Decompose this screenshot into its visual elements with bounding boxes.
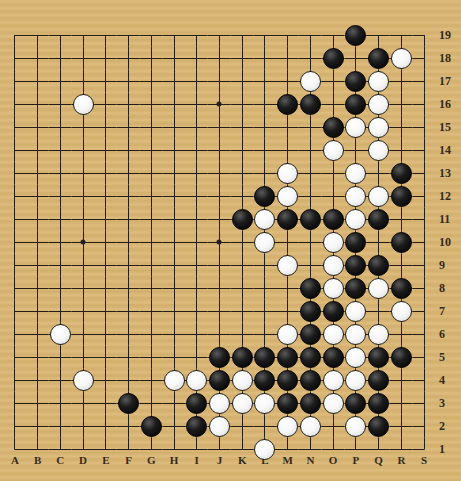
intersection-K19[interactable]: [231, 24, 254, 47]
intersection-I8[interactable]: [185, 277, 208, 300]
white-stone-O14[interactable]: ○: [323, 140, 344, 161]
intersection-C15[interactable]: [49, 116, 72, 139]
intersection-B18[interactable]: [26, 47, 49, 70]
intersection-L18[interactable]: [254, 47, 277, 70]
intersection-N7[interactable]: ●: [299, 300, 322, 323]
intersection-J17[interactable]: [208, 70, 231, 93]
black-stone-Q11[interactable]: ●: [368, 209, 389, 230]
intersection-F2[interactable]: [117, 415, 140, 438]
white-stone-M12[interactable]: ○: [277, 186, 298, 207]
black-stone-N7[interactable]: ●: [300, 301, 321, 322]
intersection-I9[interactable]: [185, 254, 208, 277]
black-stone-N11[interactable]: ●: [300, 209, 321, 230]
intersection-J13[interactable]: [208, 162, 231, 185]
intersection-D18[interactable]: [72, 47, 95, 70]
intersection-C5[interactable]: [49, 346, 72, 369]
intersection-A13[interactable]: [4, 162, 27, 185]
intersection-Q16[interactable]: ○: [367, 93, 390, 116]
black-stone-Q4[interactable]: ●: [368, 370, 389, 391]
intersection-A7[interactable]: [4, 300, 27, 323]
white-stone-O4[interactable]: ○: [323, 370, 344, 391]
intersection-B9[interactable]: [26, 254, 49, 277]
intersection-S5[interactable]: [413, 346, 436, 369]
intersection-D6[interactable]: [72, 323, 95, 346]
intersection-C19[interactable]: [49, 24, 72, 47]
black-stone-Q18[interactable]: ●: [368, 48, 389, 69]
black-stone-I3[interactable]: ●: [186, 393, 207, 414]
intersection-F9[interactable]: [117, 254, 140, 277]
intersection-E6[interactable]: [94, 323, 117, 346]
intersection-G15[interactable]: [140, 116, 163, 139]
intersection-P17[interactable]: ●: [345, 70, 368, 93]
intersection-R7[interactable]: ○: [390, 300, 413, 323]
intersection-N2[interactable]: ○: [299, 415, 322, 438]
intersection-N14[interactable]: [299, 139, 322, 162]
white-stone-L11[interactable]: ○: [254, 209, 275, 230]
intersection-A17[interactable]: [4, 70, 27, 93]
intersection-L19[interactable]: [254, 24, 277, 47]
intersection-R18[interactable]: ○: [390, 47, 413, 70]
black-stone-I2[interactable]: ●: [186, 416, 207, 437]
intersection-O15[interactable]: ●: [322, 116, 345, 139]
intersection-O9[interactable]: ○: [322, 254, 345, 277]
black-stone-N5[interactable]: ●: [300, 347, 321, 368]
intersection-L15[interactable]: [254, 116, 277, 139]
black-stone-P10[interactable]: ●: [345, 232, 366, 253]
intersection-I7[interactable]: [185, 300, 208, 323]
intersection-K9[interactable]: [231, 254, 254, 277]
intersection-M4[interactable]: ●: [276, 369, 299, 392]
white-stone-O6[interactable]: ○: [323, 324, 344, 345]
intersection-A6[interactable]: [4, 323, 27, 346]
white-stone-P13[interactable]: ○: [345, 163, 366, 184]
intersection-S2[interactable]: [413, 415, 436, 438]
intersection-H11[interactable]: [163, 208, 186, 231]
intersection-D4[interactable]: ○: [72, 369, 95, 392]
black-stone-R8[interactable]: ●: [391, 278, 412, 299]
intersection-P11[interactable]: ○: [345, 208, 368, 231]
white-stone-Q12[interactable]: ○: [368, 186, 389, 207]
intersection-M12[interactable]: ○: [276, 185, 299, 208]
intersection-M2[interactable]: ○: [276, 415, 299, 438]
intersection-S6[interactable]: [413, 323, 436, 346]
intersection-E5[interactable]: [94, 346, 117, 369]
intersection-R17[interactable]: [390, 70, 413, 93]
white-stone-P4[interactable]: ○: [345, 370, 366, 391]
intersection-L17[interactable]: [254, 70, 277, 93]
intersection-O14[interactable]: ○: [322, 139, 345, 162]
intersection-P9[interactable]: ●: [345, 254, 368, 277]
intersection-D8[interactable]: [72, 277, 95, 300]
intersection-E13[interactable]: [94, 162, 117, 185]
intersection-H12[interactable]: [163, 185, 186, 208]
intersection-B17[interactable]: [26, 70, 49, 93]
black-stone-J4[interactable]: ●: [209, 370, 230, 391]
intersection-Q3[interactable]: ●: [367, 392, 390, 415]
white-stone-Q8[interactable]: ○: [368, 278, 389, 299]
intersection-K6[interactable]: [231, 323, 254, 346]
intersection-G7[interactable]: [140, 300, 163, 323]
intersection-P12[interactable]: ○: [345, 185, 368, 208]
intersection-K3[interactable]: ○: [231, 392, 254, 415]
intersection-G17[interactable]: [140, 70, 163, 93]
black-stone-Q2[interactable]: ●: [368, 416, 389, 437]
intersection-N16[interactable]: ●: [299, 93, 322, 116]
intersection-F6[interactable]: [117, 323, 140, 346]
intersection-H16[interactable]: [163, 93, 186, 116]
intersection-F10[interactable]: [117, 231, 140, 254]
intersection-C7[interactable]: [49, 300, 72, 323]
intersection-R19[interactable]: [390, 24, 413, 47]
intersection-K7[interactable]: [231, 300, 254, 323]
intersection-I5[interactable]: [185, 346, 208, 369]
intersection-O4[interactable]: ○: [322, 369, 345, 392]
intersection-N5[interactable]: ●: [299, 346, 322, 369]
white-stone-L10[interactable]: ○: [254, 232, 275, 253]
intersection-C4[interactable]: [49, 369, 72, 392]
intersection-J8[interactable]: [208, 277, 231, 300]
black-stone-N8[interactable]: ●: [300, 278, 321, 299]
intersection-P8[interactable]: ●: [345, 277, 368, 300]
black-stone-O15[interactable]: ●: [323, 117, 344, 138]
black-stone-R5[interactable]: ●: [391, 347, 412, 368]
intersection-I10[interactable]: [185, 231, 208, 254]
black-stone-M3[interactable]: ●: [277, 393, 298, 414]
intersection-K16[interactable]: [231, 93, 254, 116]
intersection-G12[interactable]: [140, 185, 163, 208]
intersection-J16[interactable]: [208, 93, 231, 116]
intersection-F11[interactable]: [117, 208, 140, 231]
white-stone-K3[interactable]: ○: [232, 393, 253, 414]
white-stone-J3[interactable]: ○: [209, 393, 230, 414]
intersection-G3[interactable]: [140, 392, 163, 415]
black-stone-K11[interactable]: ●: [232, 209, 253, 230]
intersection-C10[interactable]: [49, 231, 72, 254]
intersection-B5[interactable]: [26, 346, 49, 369]
intersection-A19[interactable]: [4, 24, 27, 47]
black-stone-N3[interactable]: ●: [300, 393, 321, 414]
intersection-L9[interactable]: [254, 254, 277, 277]
white-stone-Q17[interactable]: ○: [368, 71, 389, 92]
black-stone-O18[interactable]: ●: [323, 48, 344, 69]
intersection-B15[interactable]: [26, 116, 49, 139]
intersection-P3[interactable]: ●: [345, 392, 368, 415]
black-stone-P17[interactable]: ●: [345, 71, 366, 92]
intersection-B14[interactable]: [26, 139, 49, 162]
intersection-D17[interactable]: [72, 70, 95, 93]
intersection-C16[interactable]: [49, 93, 72, 116]
intersection-L3[interactable]: ○: [254, 392, 277, 415]
intersection-N3[interactable]: ●: [299, 392, 322, 415]
intersection-E17[interactable]: [94, 70, 117, 93]
intersection-K4[interactable]: ○: [231, 369, 254, 392]
intersection-K13[interactable]: [231, 162, 254, 185]
intersection-R8[interactable]: ●: [390, 277, 413, 300]
intersection-J15[interactable]: [208, 116, 231, 139]
intersection-R13[interactable]: ●: [390, 162, 413, 185]
intersection-I12[interactable]: [185, 185, 208, 208]
intersection-P13[interactable]: ○: [345, 162, 368, 185]
intersection-O13[interactable]: [322, 162, 345, 185]
intersection-O17[interactable]: [322, 70, 345, 93]
intersection-E10[interactable]: [94, 231, 117, 254]
intersection-S19[interactable]: [413, 24, 436, 47]
intersection-E18[interactable]: [94, 47, 117, 70]
white-stone-P7[interactable]: ○: [345, 301, 366, 322]
intersection-F16[interactable]: [117, 93, 140, 116]
black-stone-R13[interactable]: ●: [391, 163, 412, 184]
white-stone-H4[interactable]: ○: [164, 370, 185, 391]
intersection-F17[interactable]: [117, 70, 140, 93]
intersection-S14[interactable]: [413, 139, 436, 162]
intersection-F15[interactable]: [117, 116, 140, 139]
intersection-J18[interactable]: [208, 47, 231, 70]
intersection-N19[interactable]: [299, 24, 322, 47]
intersection-O8[interactable]: ○: [322, 277, 345, 300]
intersection-M3[interactable]: ●: [276, 392, 299, 415]
intersection-P7[interactable]: ○: [345, 300, 368, 323]
intersection-K17[interactable]: [231, 70, 254, 93]
intersection-J4[interactable]: ●: [208, 369, 231, 392]
intersection-E19[interactable]: [94, 24, 117, 47]
intersection-R2[interactable]: [390, 415, 413, 438]
intersection-F8[interactable]: [117, 277, 140, 300]
intersection-D11[interactable]: [72, 208, 95, 231]
intersection-O7[interactable]: ●: [322, 300, 345, 323]
intersection-S13[interactable]: [413, 162, 436, 185]
intersection-I15[interactable]: [185, 116, 208, 139]
intersection-M5[interactable]: ●: [276, 346, 299, 369]
intersection-E16[interactable]: [94, 93, 117, 116]
intersection-H10[interactable]: [163, 231, 186, 254]
intersection-B3[interactable]: [26, 392, 49, 415]
intersection-S16[interactable]: [413, 93, 436, 116]
intersection-E14[interactable]: [94, 139, 117, 162]
intersection-Q15[interactable]: ○: [367, 116, 390, 139]
intersection-N10[interactable]: [299, 231, 322, 254]
intersection-C2[interactable]: [49, 415, 72, 438]
intersection-N11[interactable]: ●: [299, 208, 322, 231]
intersection-Q14[interactable]: ○: [367, 139, 390, 162]
white-stone-K4[interactable]: ○: [232, 370, 253, 391]
intersection-N17[interactable]: ○: [299, 70, 322, 93]
intersection-K10[interactable]: [231, 231, 254, 254]
intersection-H13[interactable]: [163, 162, 186, 185]
intersection-E7[interactable]: [94, 300, 117, 323]
white-stone-Q6[interactable]: ○: [368, 324, 389, 345]
intersection-J6[interactable]: [208, 323, 231, 346]
intersection-C14[interactable]: [49, 139, 72, 162]
intersection-S3[interactable]: [413, 392, 436, 415]
intersection-Q6[interactable]: ○: [367, 323, 390, 346]
white-stone-Q16[interactable]: ○: [368, 94, 389, 115]
intersection-M15[interactable]: [276, 116, 299, 139]
white-stone-C6[interactable]: ○: [50, 324, 71, 345]
intersection-F5[interactable]: [117, 346, 140, 369]
intersection-D14[interactable]: [72, 139, 95, 162]
intersection-C11[interactable]: [49, 208, 72, 231]
intersection-H3[interactable]: [163, 392, 186, 415]
intersection-F14[interactable]: [117, 139, 140, 162]
intersection-B8[interactable]: [26, 277, 49, 300]
intersection-G8[interactable]: [140, 277, 163, 300]
intersection-Q7[interactable]: [367, 300, 390, 323]
intersection-C6[interactable]: ○: [49, 323, 72, 346]
black-stone-L4[interactable]: ●: [254, 370, 275, 391]
intersection-C12[interactable]: [49, 185, 72, 208]
white-stone-P6[interactable]: ○: [345, 324, 366, 345]
black-stone-P16[interactable]: ●: [345, 94, 366, 115]
white-stone-O9[interactable]: ○: [323, 255, 344, 276]
intersection-E12[interactable]: [94, 185, 117, 208]
intersection-O10[interactable]: ○: [322, 231, 345, 254]
intersection-E11[interactable]: [94, 208, 117, 231]
intersection-F18[interactable]: [117, 47, 140, 70]
intersection-P10[interactable]: ●: [345, 231, 368, 254]
intersection-Q12[interactable]: ○: [367, 185, 390, 208]
intersection-R15[interactable]: [390, 116, 413, 139]
black-stone-J5[interactable]: ●: [209, 347, 230, 368]
intersection-P18[interactable]: [345, 47, 368, 70]
intersection-I13[interactable]: [185, 162, 208, 185]
intersection-Q13[interactable]: [367, 162, 390, 185]
intersection-B4[interactable]: [26, 369, 49, 392]
intersection-E8[interactable]: [94, 277, 117, 300]
intersection-O5[interactable]: ●: [322, 346, 345, 369]
intersection-D12[interactable]: [72, 185, 95, 208]
intersection-F12[interactable]: [117, 185, 140, 208]
intersection-P16[interactable]: ●: [345, 93, 368, 116]
white-stone-M9[interactable]: ○: [277, 255, 298, 276]
intersection-M6[interactable]: ○: [276, 323, 299, 346]
black-stone-N6[interactable]: ●: [300, 324, 321, 345]
white-stone-J2[interactable]: ○: [209, 416, 230, 437]
intersection-G13[interactable]: [140, 162, 163, 185]
intersection-J12[interactable]: [208, 185, 231, 208]
intersection-P5[interactable]: ○: [345, 346, 368, 369]
intersection-L8[interactable]: [254, 277, 277, 300]
intersection-D15[interactable]: [72, 116, 95, 139]
white-stone-I4[interactable]: ○: [186, 370, 207, 391]
intersection-K8[interactable]: [231, 277, 254, 300]
intersection-L10[interactable]: ○: [254, 231, 277, 254]
intersection-B16[interactable]: [26, 93, 49, 116]
intersection-H7[interactable]: [163, 300, 186, 323]
intersection-I16[interactable]: [185, 93, 208, 116]
intersection-G5[interactable]: [140, 346, 163, 369]
intersection-A8[interactable]: [4, 277, 27, 300]
intersection-S9[interactable]: [413, 254, 436, 277]
intersection-S11[interactable]: [413, 208, 436, 231]
white-stone-R18[interactable]: ○: [391, 48, 412, 69]
intersection-L5[interactable]: ●: [254, 346, 277, 369]
white-stone-L3[interactable]: ○: [254, 393, 275, 414]
intersection-M14[interactable]: [276, 139, 299, 162]
white-stone-N17[interactable]: ○: [300, 71, 321, 92]
intersection-S12[interactable]: [413, 185, 436, 208]
white-stone-D16[interactable]: ○: [73, 94, 94, 115]
black-stone-F3[interactable]: ●: [118, 393, 139, 414]
intersection-B2[interactable]: [26, 415, 49, 438]
black-stone-G2[interactable]: ●: [141, 416, 162, 437]
intersection-M18[interactable]: [276, 47, 299, 70]
intersection-J3[interactable]: ○: [208, 392, 231, 415]
intersection-M11[interactable]: ●: [276, 208, 299, 231]
intersection-A4[interactable]: [4, 369, 27, 392]
intersection-O18[interactable]: ●: [322, 47, 345, 70]
black-stone-O5[interactable]: ●: [323, 347, 344, 368]
intersection-J2[interactable]: ○: [208, 415, 231, 438]
intersection-O16[interactable]: [322, 93, 345, 116]
intersection-R12[interactable]: ●: [390, 185, 413, 208]
intersection-J11[interactable]: [208, 208, 231, 231]
intersection-S8[interactable]: [413, 277, 436, 300]
intersection-D19[interactable]: [72, 24, 95, 47]
white-stone-M2[interactable]: ○: [277, 416, 298, 437]
black-stone-P19[interactable]: ●: [345, 25, 366, 46]
white-stone-L1[interactable]: ○: [254, 439, 275, 460]
black-stone-P8[interactable]: ●: [345, 278, 366, 299]
intersection-D3[interactable]: [72, 392, 95, 415]
intersection-E3[interactable]: [94, 392, 117, 415]
black-stone-Q9[interactable]: ●: [368, 255, 389, 276]
intersection-R6[interactable]: [390, 323, 413, 346]
intersection-S4[interactable]: [413, 369, 436, 392]
intersection-N9[interactable]: [299, 254, 322, 277]
intersection-G11[interactable]: [140, 208, 163, 231]
intersection-I11[interactable]: [185, 208, 208, 231]
intersection-D5[interactable]: [72, 346, 95, 369]
intersection-B19[interactable]: [26, 24, 49, 47]
intersection-B10[interactable]: [26, 231, 49, 254]
white-stone-D4[interactable]: ○: [73, 370, 94, 391]
intersection-Q18[interactable]: ●: [367, 47, 390, 70]
intersection-G2[interactable]: ●: [140, 415, 163, 438]
intersection-Q5[interactable]: ●: [367, 346, 390, 369]
intersection-K18[interactable]: [231, 47, 254, 70]
intersection-L11[interactable]: ○: [254, 208, 277, 231]
intersection-Q2[interactable]: ●: [367, 415, 390, 438]
black-stone-R12[interactable]: ●: [391, 186, 412, 207]
intersection-C13[interactable]: [49, 162, 72, 185]
intersection-I2[interactable]: ●: [185, 415, 208, 438]
intersection-P2[interactable]: ○: [345, 415, 368, 438]
intersection-H14[interactable]: [163, 139, 186, 162]
intersection-Q19[interactable]: [367, 24, 390, 47]
intersection-N12[interactable]: [299, 185, 322, 208]
intersection-R9[interactable]: [390, 254, 413, 277]
intersection-H8[interactable]: [163, 277, 186, 300]
white-stone-O10[interactable]: ○: [323, 232, 344, 253]
intersection-H4[interactable]: ○: [163, 369, 186, 392]
intersection-J5[interactable]: ●: [208, 346, 231, 369]
intersection-S10[interactable]: [413, 231, 436, 254]
intersection-F13[interactable]: [117, 162, 140, 185]
intersection-D9[interactable]: [72, 254, 95, 277]
white-stone-Q14[interactable]: ○: [368, 140, 389, 161]
intersection-C17[interactable]: [49, 70, 72, 93]
intersection-B11[interactable]: [26, 208, 49, 231]
intersection-Q4[interactable]: ●: [367, 369, 390, 392]
intersection-H6[interactable]: [163, 323, 186, 346]
intersection-D13[interactable]: [72, 162, 95, 185]
intersection-B13[interactable]: [26, 162, 49, 185]
white-stone-P5[interactable]: ○: [345, 347, 366, 368]
black-stone-Q3[interactable]: ●: [368, 393, 389, 414]
intersection-G4[interactable]: [140, 369, 163, 392]
intersection-P14[interactable]: [345, 139, 368, 162]
intersection-Q17[interactable]: ○: [367, 70, 390, 93]
